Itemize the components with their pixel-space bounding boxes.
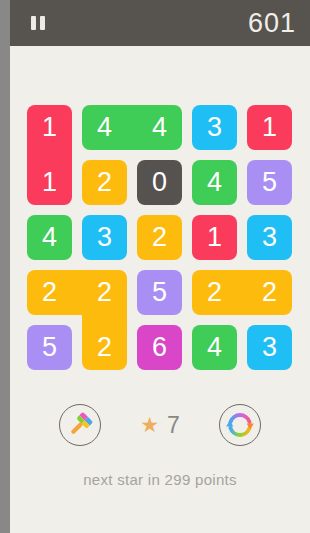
tile-cell[interactable]: 3 [82,215,127,260]
tile-cell[interactable]: 3 [247,215,292,260]
tile-cell[interactable]: 1 [192,215,237,260]
tile-cell[interactable]: 2 [82,325,127,370]
tile-cell[interactable]: 3 [247,325,292,370]
refresh-button[interactable] [219,404,261,446]
tile-cell[interactable]: 2 [82,270,127,315]
tile-cell[interactable]: 3 [192,105,237,150]
tile-cell[interactable]: 6 [137,325,182,370]
tile-cell[interactable]: 2 [137,215,182,260]
tile-cell[interactable]: 5 [247,160,292,205]
tile-cell[interactable]: 4 [82,105,127,150]
tile-cell[interactable]: 4 [137,105,182,150]
tile-cell[interactable]: 4 [192,160,237,205]
header: 601 [10,0,310,46]
pause-icon [31,16,36,30]
tile-cell[interactable]: 1 [27,105,72,150]
next-star-message: next star in 299 points [10,471,310,488]
tile-cell[interactable]: 1 [27,160,72,205]
tile-cell[interactable]: 0 [137,160,182,205]
score: 601 [248,0,296,46]
tile-cell[interactable]: 1 [247,105,292,150]
board[interactable]: 1144312045432132225225643 [27,105,292,370]
pause-button[interactable] [29,12,47,34]
refresh-icon [224,409,256,441]
game-screen: 601 1144312045432132225225643 [10,0,310,533]
star-icon: ★ [140,411,159,439]
tile-cell[interactable]: 4 [192,325,237,370]
tile-cell[interactable]: 5 [137,270,182,315]
tile-cell[interactable]: 2 [192,270,237,315]
tile-cell[interactable]: 4 [27,215,72,260]
tile-cell[interactable]: 5 [27,325,72,370]
star-count: 7 [167,411,180,439]
tile-cell[interactable]: 2 [247,270,292,315]
pause-icon [40,16,45,30]
tile-cell[interactable]: 2 [82,160,127,205]
star-counter: ★ 7 [10,411,310,439]
tile-cell[interactable]: 2 [27,270,72,315]
